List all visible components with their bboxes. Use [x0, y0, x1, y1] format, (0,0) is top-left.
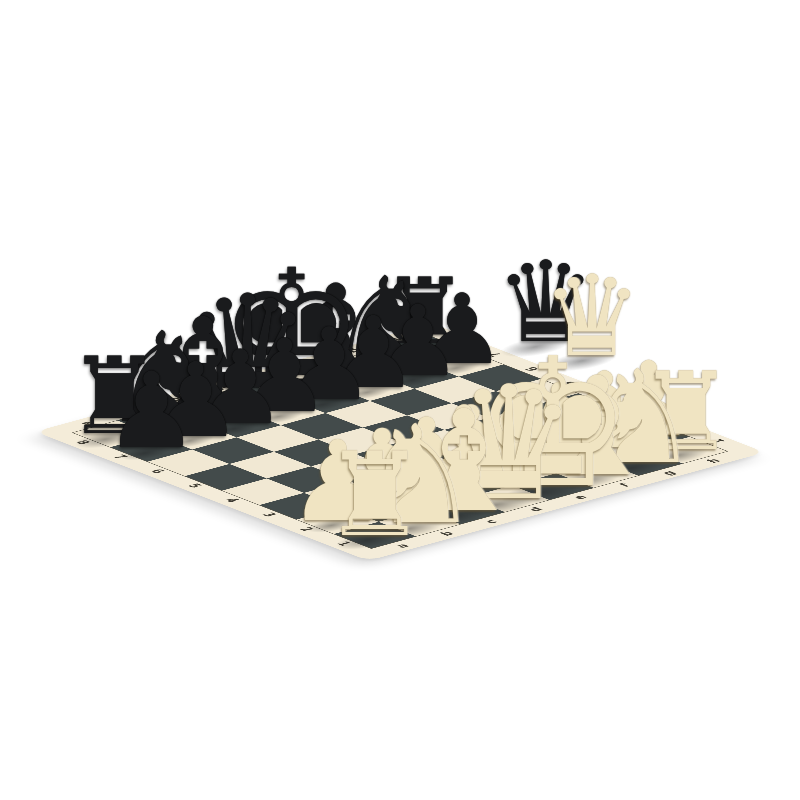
chess-set-photo: aabbccddeeffgghh8877665544332211 ♛♜♛♞♟♝♟… — [0, 0, 800, 800]
black-pawn-glyph: ♟ — [104, 359, 198, 464]
white-rook-glyph: ♜ — [323, 437, 427, 553]
